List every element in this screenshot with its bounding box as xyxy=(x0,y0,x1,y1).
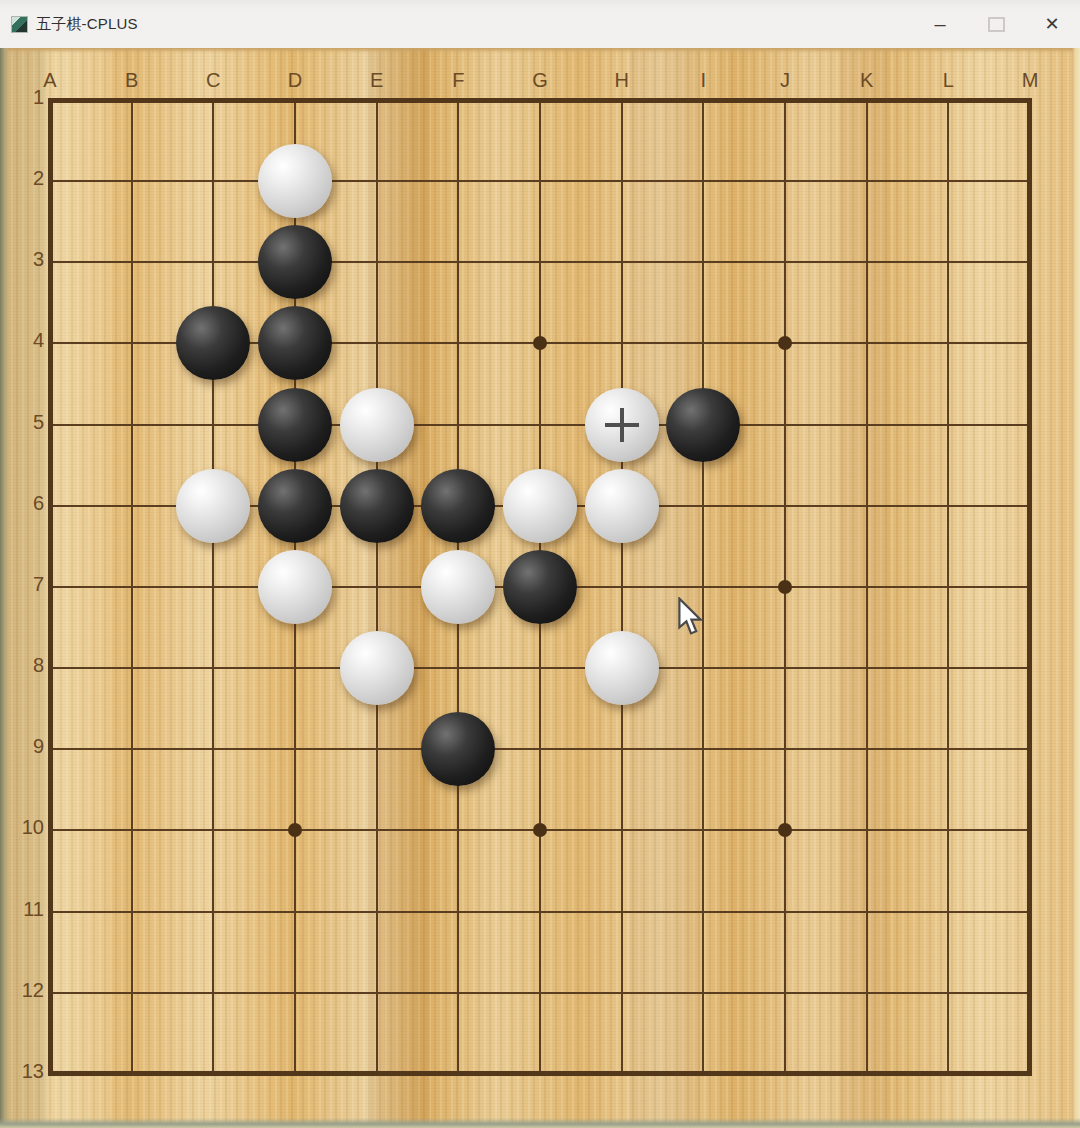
black-stone-e6 xyxy=(340,469,414,543)
maximize-button[interactable] xyxy=(968,0,1024,48)
black-stone-c4 xyxy=(176,306,250,380)
title-bar: 五子棋-CPLUS – ✕ xyxy=(0,0,1080,48)
board-edge-bottom xyxy=(0,1118,1080,1128)
window-controls: – ✕ xyxy=(912,0,1080,48)
board-edge-left xyxy=(0,48,9,1128)
maximize-icon xyxy=(988,17,1005,32)
white-stone-f7 xyxy=(421,550,495,624)
white-stone-h6 xyxy=(585,469,659,543)
app-icon xyxy=(11,16,28,33)
white-stone-c6 xyxy=(176,469,250,543)
white-stone-g6 xyxy=(503,469,577,543)
black-stone-d5 xyxy=(258,388,332,462)
black-stone-g7 xyxy=(503,550,577,624)
white-stone-d2 xyxy=(258,144,332,218)
white-stone-h5 xyxy=(585,388,659,462)
window-title: 五子棋-CPLUS xyxy=(36,15,138,34)
white-stone-e8 xyxy=(340,631,414,705)
black-stone-i5 xyxy=(666,388,740,462)
white-stone-d7 xyxy=(258,550,332,624)
board-edge-top xyxy=(0,48,1080,53)
black-stone-d4 xyxy=(258,306,332,380)
board-panel[interactable]: ABCDEFGHIJKLM12345678910111213 xyxy=(0,48,1080,1128)
board-edge-right xyxy=(1072,48,1080,1128)
black-stone-f9 xyxy=(421,712,495,786)
board-grid[interactable] xyxy=(9,59,1071,1114)
minimize-button[interactable]: – xyxy=(912,0,968,54)
close-button[interactable]: ✕ xyxy=(1024,0,1080,48)
black-stone-d3 xyxy=(258,225,332,299)
black-stone-f6 xyxy=(421,469,495,543)
black-stone-d6 xyxy=(258,469,332,543)
white-stone-e5 xyxy=(340,388,414,462)
white-stone-h8 xyxy=(585,631,659,705)
